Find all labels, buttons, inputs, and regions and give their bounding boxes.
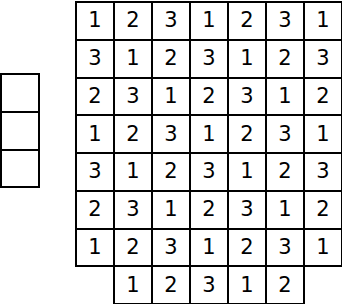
grid-cell-r7c7: 1	[304, 229, 342, 267]
grid-cell-r5c7: 3	[304, 153, 342, 191]
grid-cell-r2c4: 3	[190, 40, 228, 78]
grid-cell-r7c4: 1	[190, 229, 228, 267]
piece-cell-1	[1, 74, 39, 112]
grid-cell-r1c3: 3	[152, 2, 190, 40]
grid-cell-r5c2: 1	[114, 153, 152, 191]
grid-cell-r1c2: 2	[114, 2, 152, 40]
grid-cell-r6c4: 2	[190, 191, 228, 229]
grid-cell-r8c2: 1	[114, 266, 152, 304]
grid-cell-r2c1: 3	[76, 40, 114, 78]
grid-cell-r2c2: 1	[114, 40, 152, 78]
grid-cell-r6c2: 3	[114, 191, 152, 229]
grid-cell-r3c5: 3	[228, 78, 266, 116]
grid-cell-r4c4: 1	[190, 115, 228, 153]
grid-cell-r2c6: 2	[266, 40, 304, 78]
grid-cell-r1c5: 2	[228, 2, 266, 40]
grid-cell-r7c6: 3	[266, 229, 304, 267]
grid-cell-r3c4: 2	[190, 78, 228, 116]
grid-cell-r6c1: 2	[76, 191, 114, 229]
grid-cell-r2c5: 1	[228, 40, 266, 78]
number-grid: 1231231312312323123121231231312312323123…	[75, 1, 342, 267]
grid-cell-r5c6: 2	[266, 153, 304, 191]
grid-cell-r1c7: 1	[304, 2, 342, 40]
grid-cell-r5c1: 3	[76, 153, 114, 191]
grid-cell-r8c6: 2	[266, 266, 304, 304]
grid-cell-r8c5: 1	[228, 266, 266, 304]
grid-cell-r3c3: 1	[152, 78, 190, 116]
grid-cell-r6c5: 3	[228, 191, 266, 229]
grid-cell-r5c4: 3	[190, 153, 228, 191]
grid-cell-r6c3: 1	[152, 191, 190, 229]
grid-cell-r4c5: 2	[228, 115, 266, 153]
grid-cell-r7c1: 1	[76, 229, 114, 267]
grid-cell-r8c4: 3	[190, 266, 228, 304]
grid-cell-r3c2: 3	[114, 78, 152, 116]
grid-cell-r3c1: 2	[76, 78, 114, 116]
grid-cell-r1c1: 1	[76, 2, 114, 40]
grid-cell-r4c6: 3	[266, 115, 304, 153]
grid-cell-r5c3: 2	[152, 153, 190, 191]
tromino-piece	[0, 73, 40, 188]
grid-cell-r5c5: 1	[228, 153, 266, 191]
grid-cell-r1c6: 3	[266, 2, 304, 40]
puzzle-diagram: 1231231312312323123121231231312312323123…	[0, 0, 342, 304]
grid-cell-r6c7: 2	[304, 191, 342, 229]
grid-cell-r7c3: 3	[152, 229, 190, 267]
grid-cell-r4c1: 1	[76, 115, 114, 153]
grid-cell-r1c4: 1	[190, 2, 228, 40]
grid-cell-r3c6: 1	[266, 78, 304, 116]
piece-cell-3	[1, 150, 39, 188]
number-grid-bottom-row: 12312	[113, 265, 305, 304]
grid-cell-r4c3: 3	[152, 115, 190, 153]
grid-cell-r8c3: 2	[152, 266, 190, 304]
grid-cell-r7c2: 2	[114, 229, 152, 267]
grid-cell-r4c2: 2	[114, 115, 152, 153]
piece-cell-2	[1, 112, 39, 150]
grid-cell-r2c3: 2	[152, 40, 190, 78]
grid-cell-r4c7: 1	[304, 115, 342, 153]
grid-cell-r6c6: 1	[266, 191, 304, 229]
grid-cell-r3c7: 2	[304, 78, 342, 116]
grid-cell-r7c5: 2	[228, 229, 266, 267]
grid-cell-r2c7: 3	[304, 40, 342, 78]
